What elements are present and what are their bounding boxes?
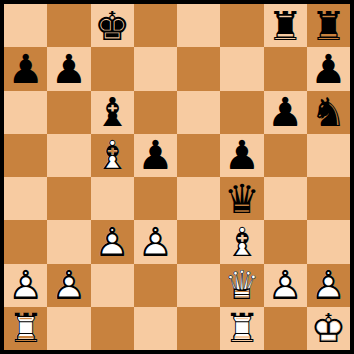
square-g1[interactable] [264, 307, 307, 350]
square-e2[interactable] [177, 264, 220, 307]
square-f8[interactable] [220, 4, 263, 47]
black-rook-glyph: ♜ [307, 4, 350, 47]
square-b5[interactable] [47, 134, 90, 177]
square-c3[interactable]: ♟♙ [91, 220, 134, 263]
square-c6[interactable]: ♝ [91, 91, 134, 134]
square-e1[interactable] [177, 307, 220, 350]
square-f6[interactable] [220, 91, 263, 134]
white-pawn-glyph: ♟ [91, 220, 134, 263]
square-e6[interactable] [177, 91, 220, 134]
black-bishop-glyph: ♝ [91, 91, 134, 134]
white-king-piece: ♚♔ [307, 307, 350, 350]
white-bishop-outline-glyph: ♗ [91, 134, 134, 177]
square-e7[interactable] [177, 47, 220, 90]
white-pawn-outline-glyph: ♙ [4, 264, 47, 307]
square-f1[interactable]: ♜♖ [220, 307, 263, 350]
black-pawn-piece: ♟ [264, 91, 307, 134]
square-a1[interactable]: ♜♖ [4, 307, 47, 350]
black-rook-glyph: ♜ [264, 4, 307, 47]
white-pawn-outline-glyph: ♙ [134, 220, 177, 263]
white-rook-glyph: ♜ [220, 307, 263, 350]
square-f5[interactable]: ♟ [220, 134, 263, 177]
white-bishop-outline-glyph: ♗ [220, 220, 263, 263]
square-d4[interactable] [134, 177, 177, 220]
square-b3[interactable] [47, 220, 90, 263]
board-frame: ♚♜♜♟♟♟♝♟♞♝♗♟♟♛♟♙♟♙♝♗♟♙♟♙♛♕♟♙♟♙♜♖♜♖♚♔ [0, 0, 354, 354]
square-d7[interactable] [134, 47, 177, 90]
square-d1[interactable] [134, 307, 177, 350]
square-g4[interactable] [264, 177, 307, 220]
square-c8[interactable]: ♚ [91, 4, 134, 47]
square-e8[interactable] [177, 4, 220, 47]
white-pawn-outline-glyph: ♙ [91, 220, 134, 263]
black-pawn-piece: ♟ [220, 134, 263, 177]
square-b2[interactable]: ♟♙ [47, 264, 90, 307]
white-pawn-piece: ♟♙ [47, 264, 90, 307]
black-pawn-glyph: ♟ [134, 134, 177, 177]
square-d8[interactable] [134, 4, 177, 47]
white-pawn-piece: ♟♙ [264, 264, 307, 307]
square-c1[interactable] [91, 307, 134, 350]
square-h1[interactable]: ♚♔ [307, 307, 350, 350]
white-rook-piece: ♜♖ [220, 307, 263, 350]
black-pawn-glyph: ♟ [264, 91, 307, 134]
black-king-piece: ♚ [91, 4, 134, 47]
square-d3[interactable]: ♟♙ [134, 220, 177, 263]
black-knight-glyph: ♞ [307, 91, 350, 134]
square-g6[interactable]: ♟ [264, 91, 307, 134]
square-b8[interactable] [47, 4, 90, 47]
chess-board: ♚♜♜♟♟♟♝♟♞♝♗♟♟♛♟♙♟♙♝♗♟♙♟♙♛♕♟♙♟♙♜♖♜♖♚♔ [4, 4, 350, 350]
square-f2[interactable]: ♛♕ [220, 264, 263, 307]
white-pawn-piece: ♟♙ [307, 264, 350, 307]
white-queen-glyph: ♛ [220, 264, 263, 307]
square-f3[interactable]: ♝♗ [220, 220, 263, 263]
square-e3[interactable] [177, 220, 220, 263]
black-pawn-piece: ♟ [307, 47, 350, 90]
white-bishop-piece: ♝♗ [220, 220, 263, 263]
black-knight-piece: ♞ [307, 91, 350, 134]
square-h6[interactable]: ♞ [307, 91, 350, 134]
white-pawn-outline-glyph: ♙ [264, 264, 307, 307]
white-bishop-piece: ♝♗ [91, 134, 134, 177]
square-c7[interactable] [91, 47, 134, 90]
square-a8[interactable] [4, 4, 47, 47]
black-pawn-glyph: ♟ [4, 47, 47, 90]
square-e5[interactable] [177, 134, 220, 177]
square-a5[interactable] [4, 134, 47, 177]
white-pawn-glyph: ♟ [134, 220, 177, 263]
square-b4[interactable] [47, 177, 90, 220]
black-queen-piece: ♛ [220, 177, 263, 220]
black-pawn-glyph: ♟ [220, 134, 263, 177]
black-queen-glyph: ♛ [220, 177, 263, 220]
square-c2[interactable] [91, 264, 134, 307]
square-f4[interactable]: ♛ [220, 177, 263, 220]
square-a2[interactable]: ♟♙ [4, 264, 47, 307]
white-king-glyph: ♚ [307, 307, 350, 350]
black-bishop-piece: ♝ [91, 91, 134, 134]
white-rook-piece: ♜♖ [4, 307, 47, 350]
white-queen-outline-glyph: ♕ [220, 264, 263, 307]
square-h2[interactable]: ♟♙ [307, 264, 350, 307]
white-rook-glyph: ♜ [4, 307, 47, 350]
white-pawn-outline-glyph: ♙ [47, 264, 90, 307]
black-pawn-piece: ♟ [134, 134, 177, 177]
square-f7[interactable] [220, 47, 263, 90]
square-a4[interactable] [4, 177, 47, 220]
square-c5[interactable]: ♝♗ [91, 134, 134, 177]
white-bishop-glyph: ♝ [91, 134, 134, 177]
square-b6[interactable] [47, 91, 90, 134]
square-g7[interactable] [264, 47, 307, 90]
white-pawn-glyph: ♟ [47, 264, 90, 307]
square-g8[interactable]: ♜ [264, 4, 307, 47]
black-pawn-piece: ♟ [47, 47, 90, 90]
white-pawn-piece: ♟♙ [91, 220, 134, 263]
square-h3[interactable] [307, 220, 350, 263]
square-d2[interactable] [134, 264, 177, 307]
white-pawn-outline-glyph: ♙ [307, 264, 350, 307]
square-a3[interactable] [4, 220, 47, 263]
square-g5[interactable] [264, 134, 307, 177]
square-h8[interactable]: ♜ [307, 4, 350, 47]
white-king-outline-glyph: ♔ [307, 307, 350, 350]
square-a6[interactable] [4, 91, 47, 134]
square-d5[interactable]: ♟ [134, 134, 177, 177]
square-e4[interactable] [177, 177, 220, 220]
square-a7[interactable]: ♟ [4, 47, 47, 90]
black-pawn-glyph: ♟ [307, 47, 350, 90]
white-queen-piece: ♛♕ [220, 264, 263, 307]
white-pawn-glyph: ♟ [4, 264, 47, 307]
black-pawn-piece: ♟ [4, 47, 47, 90]
square-b7[interactable]: ♟ [47, 47, 90, 90]
square-g3[interactable] [264, 220, 307, 263]
square-d6[interactable] [134, 91, 177, 134]
square-g2[interactable]: ♟♙ [264, 264, 307, 307]
white-pawn-piece: ♟♙ [134, 220, 177, 263]
white-pawn-glyph: ♟ [264, 264, 307, 307]
white-rook-outline-glyph: ♖ [220, 307, 263, 350]
black-rook-piece: ♜ [264, 4, 307, 47]
white-rook-outline-glyph: ♖ [4, 307, 47, 350]
white-pawn-piece: ♟♙ [4, 264, 47, 307]
square-h7[interactable]: ♟ [307, 47, 350, 90]
square-h4[interactable] [307, 177, 350, 220]
square-h5[interactable] [307, 134, 350, 177]
square-c4[interactable] [91, 177, 134, 220]
square-b1[interactable] [47, 307, 90, 350]
black-rook-piece: ♜ [307, 4, 350, 47]
black-king-glyph: ♚ [91, 4, 134, 47]
white-bishop-glyph: ♝ [220, 220, 263, 263]
black-pawn-glyph: ♟ [47, 47, 90, 90]
white-pawn-glyph: ♟ [307, 264, 350, 307]
